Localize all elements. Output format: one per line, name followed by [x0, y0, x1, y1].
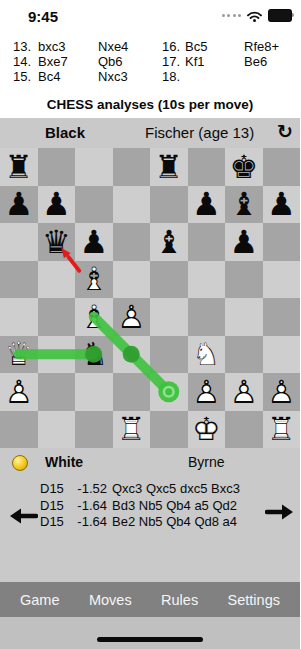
square-e8[interactable]: ♜: [150, 148, 188, 186]
move-number: 13.: [13, 39, 38, 54]
white-pawn: ♟♙: [192, 376, 221, 408]
square-c5[interactable]: ♝♗: [75, 261, 113, 299]
move-white: Kf1: [185, 54, 244, 69]
square-c3[interactable]: ♞: [75, 336, 113, 374]
evaluation: -1.64: [73, 514, 107, 531]
square-e5[interactable]: [150, 261, 188, 299]
square-d5[interactable]: [113, 261, 151, 299]
engine-lines: D15 -1.52 Qxc3 Qxc5 dxc5 Bxc3 D15 -1.64 …: [0, 476, 300, 531]
square-b1[interactable]: [38, 411, 76, 449]
square-c1[interactable]: [75, 411, 113, 449]
square-b5[interactable]: [38, 261, 76, 299]
player-bar: Black Fischer (age 13) ↻: [0, 118, 300, 148]
app-title: CHESS analyses (10s per move): [0, 95, 300, 118]
square-e1[interactable]: [150, 411, 188, 449]
move-row[interactable]: 13. bxc3 Nxe4 16. Bc5 Rfe8+: [13, 39, 300, 54]
black-pawn: ♟: [42, 188, 71, 220]
square-f6[interactable]: [188, 223, 226, 261]
square-h7[interactable]: ♟: [263, 186, 301, 224]
engine-line[interactable]: D15 -1.64 Bd3 Nb5 Qb4 a5 Qd2: [40, 498, 300, 515]
square-e4[interactable]: [150, 298, 188, 336]
tab-settings[interactable]: Settings: [228, 592, 280, 608]
square-a3[interactable]: ♛♕: [0, 336, 38, 374]
square-g2[interactable]: ♟♙: [225, 373, 263, 411]
square-a2[interactable]: ♟♙: [0, 373, 38, 411]
move-white: [185, 69, 244, 84]
engine-line[interactable]: D15 -1.64 Be2 Nb5 Qb4 Qd8 a4: [40, 514, 300, 531]
square-e3[interactable]: [150, 336, 188, 374]
square-d6[interactable]: [113, 223, 151, 261]
square-f5[interactable]: [188, 261, 226, 299]
square-g4[interactable]: [225, 298, 263, 336]
square-c7[interactable]: [75, 186, 113, 224]
clock: 9:45: [28, 8, 58, 25]
square-g6[interactable]: ♟: [225, 223, 263, 261]
refresh-icon[interactable]: ↻: [277, 120, 293, 142]
square-d7[interactable]: [113, 186, 151, 224]
tab-game[interactable]: Game: [20, 592, 60, 608]
cellular-signal-icon: [222, 14, 242, 17]
white-rook: ♜♖: [117, 413, 146, 445]
evaluation: -1.64: [73, 498, 107, 515]
square-c6[interactable]: ♟: [75, 223, 113, 261]
square-e2[interactable]: [150, 373, 188, 411]
engine-status-led: [12, 455, 28, 471]
move-number: 14.: [13, 54, 38, 69]
move-number: 18.: [162, 69, 185, 84]
square-g1[interactable]: [225, 411, 263, 449]
black-pawn: ♟: [229, 226, 258, 258]
bottom-toolbar: Game Moves Rules Settings: [0, 582, 300, 617]
white-pawn: ♟♙: [267, 376, 296, 408]
engine-side-label: White: [45, 454, 83, 470]
square-d2[interactable]: [113, 373, 151, 411]
move-black: Nxe4: [98, 39, 162, 54]
black-pawn: ♟: [79, 226, 108, 258]
move-white: Bxe7: [38, 54, 98, 69]
square-g8[interactable]: ♚: [225, 148, 263, 186]
white-pawn: ♟♙: [4, 376, 33, 408]
white-pawn: ♟♙: [229, 376, 258, 408]
square-e7[interactable]: [150, 186, 188, 224]
square-b2[interactable]: [38, 373, 76, 411]
next-move-arrow-icon[interactable]: [265, 500, 295, 524]
black-queen: ♛: [42, 226, 71, 258]
home-indicator[interactable]: [97, 637, 203, 642]
black-knight: ♞: [79, 338, 108, 370]
square-a6[interactable]: [0, 223, 38, 261]
square-a7[interactable]: ♟: [0, 186, 38, 224]
analysis-panel: White Byrne D15 -1.52 Qxc3 Qxc5 dxc5 Bxc…: [0, 448, 300, 582]
tab-moves[interactable]: Moves: [89, 592, 132, 608]
square-d3[interactable]: [113, 336, 151, 374]
square-f3[interactable]: ♞♘: [188, 336, 226, 374]
square-a1[interactable]: [0, 411, 38, 449]
square-c8[interactable]: [75, 148, 113, 186]
move-black: Be6: [244, 54, 300, 69]
square-c2[interactable]: [75, 373, 113, 411]
black-pawn: ♟: [267, 188, 296, 220]
square-h2[interactable]: ♟♙: [263, 373, 301, 411]
square-f4[interactable]: [188, 298, 226, 336]
square-g5[interactable]: [225, 261, 263, 299]
move-list: 13. bxc3 Nxe4 16. Bc5 Rfe8+ 14. Bxe7 Qb6…: [0, 30, 300, 95]
square-g7[interactable]: ♝: [225, 186, 263, 224]
white-knight: ♞♘: [192, 338, 221, 370]
white-bishop: ♝♗: [79, 301, 108, 333]
black-bishop: ♝: [229, 188, 258, 220]
square-e6[interactable]: ♝: [150, 223, 188, 261]
square-d1[interactable]: ♜♖: [113, 411, 151, 449]
search-depth: D15: [40, 481, 68, 498]
square-h8[interactable]: [263, 148, 301, 186]
square-b6[interactable]: ♛: [38, 223, 76, 261]
status-icons: [222, 9, 293, 22]
chess-board: ♜♜♚♟♟♟♝♟♛♟♝♟♝♗♝♗♟♙♛♕♞♞♘♟♙♟♙♟♙♟♙♜♖♚♔♜♖: [0, 148, 300, 448]
square-h4[interactable]: [263, 298, 301, 336]
engine-player-name: Byrne: [188, 454, 225, 470]
previous-move-arrow-icon[interactable]: [8, 504, 38, 528]
square-f2[interactable]: ♟♙: [188, 373, 226, 411]
white-rook: ♜♖: [267, 413, 296, 445]
search-depth: D15: [40, 498, 68, 515]
line-moves: Qxc3 Qxc5 dxc5 Bxc3: [112, 481, 300, 498]
engine-line[interactable]: D15 -1.52 Qxc3 Qxc5 dxc5 Bxc3: [40, 481, 300, 498]
white-king: ♚♔: [192, 413, 221, 445]
square-f8[interactable]: [188, 148, 226, 186]
square-b3[interactable]: [38, 336, 76, 374]
square-c4[interactable]: ♝♗: [75, 298, 113, 336]
analysis-header: White Byrne: [0, 448, 300, 476]
black-rook: ♜: [154, 151, 183, 183]
app-screen: 9:45 13. bxc3 Nxe4 16. Bc5 Rfe8+ 14. Bxe…: [0, 0, 300, 649]
square-d4[interactable]: ♟♙: [113, 298, 151, 336]
square-b8[interactable]: [38, 148, 76, 186]
wifi-icon: [246, 10, 263, 22]
square-d8[interactable]: [113, 148, 151, 186]
square-h3[interactable]: [263, 336, 301, 374]
square-h1[interactable]: ♜♖: [263, 411, 301, 449]
move-number: 15.: [13, 69, 38, 84]
evaluation: -1.52: [73, 481, 107, 498]
black-pawn: ♟: [4, 188, 33, 220]
black-pawn: ♟: [192, 188, 221, 220]
square-h6[interactable]: [263, 223, 301, 261]
move-black: [244, 69, 300, 84]
white-bishop: ♝♗: [79, 263, 108, 295]
square-b4[interactable]: [38, 298, 76, 336]
move-white: Bc4: [38, 69, 98, 84]
battery-icon: [268, 9, 292, 22]
move-black: Rfe8+: [244, 39, 300, 54]
move-white: bxc3: [38, 39, 98, 54]
move-number: 16.: [162, 39, 185, 54]
white-queen: ♛♕: [4, 338, 33, 370]
status-bar: 9:45: [0, 0, 300, 30]
black-rook: ♜: [4, 151, 33, 183]
move-row[interactable]: 15. Bc4 Nxc3 18.: [13, 69, 300, 84]
square-a5[interactable]: [0, 261, 38, 299]
square-f7[interactable]: ♟: [188, 186, 226, 224]
square-a8[interactable]: ♜: [0, 148, 38, 186]
move-black: Qb6: [98, 54, 162, 69]
white-pawn: ♟♙: [117, 301, 146, 333]
board-area: ♜♜♚♟♟♟♝♟♛♟♝♟♝♗♝♗♟♙♛♕♞♞♘♟♙♟♙♟♙♟♙♜♖♚♔♜♖: [0, 148, 300, 448]
black-king: ♚: [229, 151, 258, 183]
side-to-show-label: Black: [45, 124, 85, 141]
move-number: 17.: [162, 54, 185, 69]
black-bishop: ♝: [154, 226, 183, 258]
player-name: Fischer (age 13): [145, 124, 254, 141]
move-white: Bc5: [185, 39, 244, 54]
search-depth: D15: [40, 514, 68, 531]
move-row[interactable]: 14. Bxe7 Qb6 17. Kf1 Be6: [13, 54, 300, 69]
square-b7[interactable]: ♟: [38, 186, 76, 224]
square-g3[interactable]: [225, 336, 263, 374]
bottom-area: [0, 617, 300, 649]
square-a4[interactable]: [0, 298, 38, 336]
square-h5[interactable]: [263, 261, 301, 299]
move-black: Nxc3: [98, 69, 162, 84]
square-f1[interactable]: ♚♔: [188, 411, 226, 449]
tab-rules[interactable]: Rules: [161, 592, 198, 608]
